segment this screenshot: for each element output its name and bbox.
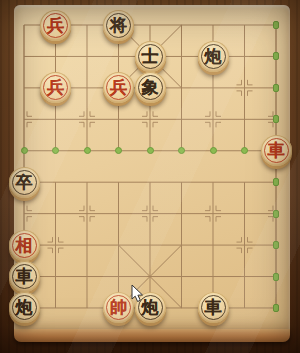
move-hint-square[interactable] (273, 21, 279, 29)
piece-character: 象 (135, 72, 166, 103)
piece-red-soldier[interactable]: 兵 (40, 10, 71, 41)
piece-black-general[interactable]: 将 (103, 10, 134, 41)
piece-character: 車 (9, 261, 40, 292)
move-hint-square[interactable] (273, 115, 279, 123)
piece-character: 炮 (9, 292, 40, 323)
xiangqi-app: 兵将士炮兵兵象車卒相車炮帥炮車 (0, 0, 300, 353)
piece-black-chariot[interactable]: 車 (198, 292, 229, 323)
move-hint-square[interactable] (273, 273, 279, 281)
move-hint-square[interactable] (273, 178, 279, 186)
move-hint-square[interactable] (273, 241, 279, 249)
piece-black-elephant[interactable]: 象 (135, 72, 166, 103)
move-hint-dot[interactable] (84, 147, 91, 154)
piece-red-soldier[interactable]: 兵 (40, 72, 71, 103)
move-hint-dot[interactable] (210, 147, 217, 154)
move-hint-dot[interactable] (147, 147, 154, 154)
piece-red-elephant[interactable]: 相 (9, 230, 40, 261)
piece-black-advisor[interactable]: 士 (135, 41, 166, 72)
piece-red-soldier[interactable]: 兵 (103, 72, 134, 103)
piece-black-chariot[interactable]: 車 (9, 261, 40, 292)
piece-character: 炮 (198, 41, 229, 72)
move-hint-square[interactable] (273, 304, 279, 312)
piece-character: 帥 (103, 292, 134, 323)
piece-character: 卒 (9, 167, 40, 198)
piece-black-cannon[interactable]: 炮 (9, 292, 40, 323)
piece-character: 士 (135, 41, 166, 72)
piece-red-chariot[interactable]: 車 (261, 135, 292, 166)
piece-black-cannon[interactable]: 炮 (198, 41, 229, 72)
piece-black-soldier[interactable]: 卒 (9, 167, 40, 198)
piece-character: 炮 (135, 292, 166, 323)
move-hint-square[interactable] (273, 52, 279, 60)
piece-character: 車 (261, 135, 292, 166)
piece-character: 将 (103, 10, 134, 41)
piece-character: 相 (9, 230, 40, 261)
piece-red-general[interactable]: 帥 (103, 292, 134, 323)
piece-character: 兵 (103, 72, 134, 103)
move-hint-square[interactable] (273, 210, 279, 218)
piece-black-cannon[interactable]: 炮 (135, 292, 166, 323)
move-hint-dot[interactable] (21, 147, 28, 154)
move-hint-square[interactable] (273, 84, 279, 92)
piece-character: 兵 (40, 10, 71, 41)
piece-character: 車 (198, 292, 229, 323)
piece-character: 兵 (40, 72, 71, 103)
